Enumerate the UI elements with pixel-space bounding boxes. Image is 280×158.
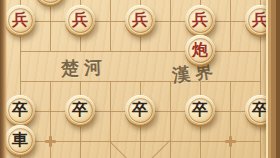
grid-line bbox=[170, 111, 171, 141]
piece-character: 炮 bbox=[35, 0, 65, 5]
piece-character: 卒 bbox=[5, 95, 35, 125]
grid-line bbox=[20, 51, 21, 81]
piece-character: 兵 bbox=[185, 5, 215, 35]
board-right-edge bbox=[266, 0, 280, 158]
piece-black-soldier[interactable]: 卒 bbox=[185, 95, 215, 125]
grid-line bbox=[50, 81, 51, 111]
grid-line bbox=[110, 21, 111, 51]
grid-line bbox=[170, 0, 171, 21]
piece-red-soldier[interactable]: 兵 bbox=[65, 5, 95, 35]
grid-line bbox=[50, 21, 51, 51]
grid-line bbox=[110, 81, 111, 111]
piece-character: 卒 bbox=[185, 95, 215, 125]
grid-line bbox=[230, 81, 231, 111]
piece-black-soldier[interactable]: 卒 bbox=[125, 95, 155, 125]
grid-line bbox=[20, 51, 260, 52]
grid-line bbox=[170, 21, 171, 51]
grid-line bbox=[260, 141, 261, 158]
grid-line bbox=[170, 141, 171, 158]
piece-black-chariot[interactable]: 車 bbox=[5, 125, 35, 155]
grid-line bbox=[230, 21, 231, 51]
piece-character: 兵 bbox=[125, 5, 155, 35]
grid-line bbox=[230, 0, 231, 21]
grid-line bbox=[110, 0, 111, 21]
palace-diagonal bbox=[138, 140, 170, 158]
xiangqi-board[interactable]: 楚河 漢界 炮兵兵兵兵兵炮卒卒卒卒卒車 bbox=[0, 0, 280, 158]
piece-character: 炮 bbox=[185, 35, 215, 65]
piece-red-soldier[interactable]: 兵 bbox=[125, 5, 155, 35]
piece-red-soldier[interactable]: 兵 bbox=[5, 5, 35, 35]
piece-character: 車 bbox=[5, 125, 35, 155]
piece-red-cannon[interactable]: 炮 bbox=[185, 35, 215, 65]
grid-line bbox=[80, 141, 81, 158]
board-left-edge bbox=[0, 0, 7, 158]
piece-character: 兵 bbox=[5, 5, 35, 35]
palace-diagonal bbox=[109, 141, 141, 158]
piece-character: 卒 bbox=[125, 95, 155, 125]
point-marker bbox=[225, 136, 236, 147]
grid-line bbox=[140, 141, 141, 158]
grid-line bbox=[170, 81, 171, 111]
piece-character: 兵 bbox=[65, 5, 95, 35]
piece-red-cannon[interactable]: 炮 bbox=[35, 0, 65, 5]
point-marker bbox=[45, 136, 56, 147]
piece-red-soldier[interactable]: 兵 bbox=[185, 5, 215, 35]
piece-black-soldier[interactable]: 卒 bbox=[65, 95, 95, 125]
grid-line bbox=[200, 141, 201, 158]
piece-character: 卒 bbox=[65, 95, 95, 125]
grid-line bbox=[260, 51, 261, 81]
grid-line bbox=[110, 111, 111, 141]
river-label-left: 楚河 bbox=[61, 55, 108, 81]
piece-black-soldier[interactable]: 卒 bbox=[5, 95, 35, 125]
